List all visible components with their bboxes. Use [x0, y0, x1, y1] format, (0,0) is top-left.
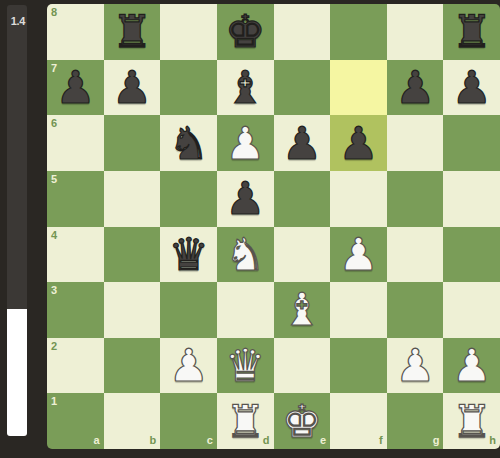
square-g3[interactable]: [387, 282, 444, 338]
square-d8[interactable]: ♚: [217, 4, 274, 60]
square-b8[interactable]: ♜: [104, 4, 161, 60]
rank-label-4: 4: [51, 230, 57, 241]
square-d6[interactable]: ♟: [217, 115, 274, 171]
square-h5[interactable]: [443, 171, 500, 227]
square-c3[interactable]: [160, 282, 217, 338]
black-pawn-e6[interactable]: ♟: [274, 115, 331, 171]
square-e5[interactable]: [274, 171, 331, 227]
square-e6[interactable]: ♟: [274, 115, 331, 171]
square-b4[interactable]: [104, 227, 161, 283]
square-e3[interactable]: ♝: [274, 282, 331, 338]
square-b2[interactable]: [104, 338, 161, 394]
square-a5[interactable]: 5: [47, 171, 104, 227]
black-pawn-f6[interactable]: ♟: [330, 115, 387, 171]
rank-label-5: 5: [51, 174, 57, 185]
square-d1[interactable]: d♜: [217, 393, 274, 449]
square-e7[interactable]: [274, 60, 331, 116]
square-b5[interactable]: [104, 171, 161, 227]
square-h8[interactable]: ♜: [443, 4, 500, 60]
square-c6[interactable]: ♞: [160, 115, 217, 171]
black-pawn-d5[interactable]: ♟: [217, 171, 274, 227]
square-g5[interactable]: [387, 171, 444, 227]
square-f3[interactable]: [330, 282, 387, 338]
white-knight-d4[interactable]: ♞: [217, 227, 274, 283]
white-rook-h1[interactable]: ♜: [443, 393, 500, 449]
square-a4[interactable]: 4: [47, 227, 104, 283]
square-d5[interactable]: ♟: [217, 171, 274, 227]
square-a8[interactable]: 8: [47, 4, 104, 60]
square-b7[interactable]: ♟: [104, 60, 161, 116]
board: 8♜♚♜7♟♟♝♟♟6♞♟♟♟5♟4♛♞♟3♝2♟♛♟♟1abcd♜e♚fgh♜: [47, 4, 500, 449]
square-h2[interactable]: ♟: [443, 338, 500, 394]
square-h6[interactable]: [443, 115, 500, 171]
black-pawn-b7[interactable]: ♟: [104, 60, 161, 116]
square-g4[interactable]: [387, 227, 444, 283]
square-f4[interactable]: ♟: [330, 227, 387, 283]
square-f6[interactable]: ♟: [330, 115, 387, 171]
black-king-d8[interactable]: ♚: [217, 4, 274, 60]
square-a1[interactable]: 1a: [47, 393, 104, 449]
square-b1[interactable]: b: [104, 393, 161, 449]
square-e4[interactable]: [274, 227, 331, 283]
white-pawn-h2[interactable]: ♟: [443, 338, 500, 394]
square-h1[interactable]: h♜: [443, 393, 500, 449]
square-e8[interactable]: [274, 4, 331, 60]
square-d7[interactable]: ♝: [217, 60, 274, 116]
white-king-e1[interactable]: ♚: [274, 393, 331, 449]
rank-label-3: 3: [51, 285, 57, 296]
square-g2[interactable]: ♟: [387, 338, 444, 394]
white-rook-d1[interactable]: ♜: [217, 393, 274, 449]
square-d4[interactable]: ♞: [217, 227, 274, 283]
evaluation-bar: [7, 5, 27, 436]
square-h3[interactable]: [443, 282, 500, 338]
black-pawn-h7[interactable]: ♟: [443, 60, 500, 116]
square-f8[interactable]: [330, 4, 387, 60]
rank-label-8: 8: [51, 7, 57, 18]
square-h4[interactable]: [443, 227, 500, 283]
black-pawn-a7[interactable]: ♟: [47, 60, 104, 116]
square-f1[interactable]: f: [330, 393, 387, 449]
rank-label-2: 2: [51, 341, 57, 352]
evaluation-score: 1.4: [7, 15, 29, 27]
file-label-b: b: [150, 435, 157, 446]
rank-label-6: 6: [51, 118, 57, 129]
square-c7[interactable]: [160, 60, 217, 116]
square-e1[interactable]: e♚: [274, 393, 331, 449]
square-f7[interactable]: [330, 60, 387, 116]
black-rook-b8[interactable]: ♜: [104, 4, 161, 60]
black-pawn-g7[interactable]: ♟: [387, 60, 444, 116]
rank-label-1: 1: [51, 396, 57, 407]
square-g8[interactable]: [387, 4, 444, 60]
square-d3[interactable]: [217, 282, 274, 338]
square-c2[interactable]: ♟: [160, 338, 217, 394]
white-pawn-d6[interactable]: ♟: [217, 115, 274, 171]
square-a7[interactable]: 7♟: [47, 60, 104, 116]
black-rook-h8[interactable]: ♜: [443, 4, 500, 60]
eval-panel: 1.4: [0, 0, 47, 458]
square-g1[interactable]: g: [387, 393, 444, 449]
square-g6[interactable]: [387, 115, 444, 171]
white-pawn-f4[interactable]: ♟: [330, 227, 387, 283]
square-d2[interactable]: ♛: [217, 338, 274, 394]
file-label-a: a: [94, 435, 100, 446]
file-label-c: c: [207, 435, 213, 446]
square-e2[interactable]: [274, 338, 331, 394]
square-c4[interactable]: ♛: [160, 227, 217, 283]
square-h7[interactable]: ♟: [443, 60, 500, 116]
white-pawn-c2[interactable]: ♟: [160, 338, 217, 394]
evaluation-bar-white-section: [7, 309, 27, 436]
square-b6[interactable]: [104, 115, 161, 171]
square-c5[interactable]: [160, 171, 217, 227]
square-a2[interactable]: 2: [47, 338, 104, 394]
file-label-g: g: [433, 435, 440, 446]
square-c1[interactable]: c: [160, 393, 217, 449]
black-bishop-d7[interactable]: ♝: [217, 60, 274, 116]
white-bishop-e3[interactable]: ♝: [274, 282, 331, 338]
white-pawn-g2[interactable]: ♟: [387, 338, 444, 394]
square-g7[interactable]: ♟: [387, 60, 444, 116]
square-f2[interactable]: [330, 338, 387, 394]
square-b3[interactable]: [104, 282, 161, 338]
black-knight-c6[interactable]: ♞: [160, 115, 217, 171]
square-c8[interactable]: [160, 4, 217, 60]
square-a3[interactable]: 3: [47, 282, 104, 338]
app-window: 1.4 8♜♚♜7♟♟♝♟♟6♞♟♟♟5♟4♛♞♟3♝2♟♛♟♟1abcd♜e♚…: [0, 0, 500, 458]
white-queen-d2[interactable]: ♛: [217, 338, 274, 394]
square-f5[interactable]: [330, 171, 387, 227]
black-queen-c4[interactable]: ♛: [160, 227, 217, 283]
file-label-f: f: [379, 435, 383, 446]
square-a6[interactable]: 6: [47, 115, 104, 171]
